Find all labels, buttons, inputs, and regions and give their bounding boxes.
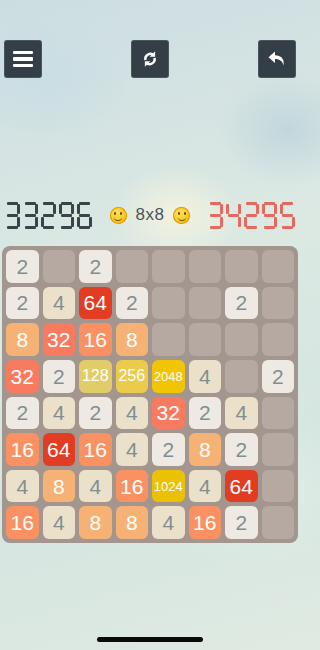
empty-cell-r2c8 <box>262 287 295 320</box>
tile-8-r8c4: 8 <box>116 506 149 539</box>
tile-16-r3c3: 16 <box>79 323 112 356</box>
tile-2-r5c1: 2 <box>6 397 39 430</box>
tile-32-r3c2: 32 <box>43 323 76 356</box>
tile-4-r7c3: 4 <box>79 470 112 503</box>
tile-8-r6c6: 8 <box>189 433 222 466</box>
tile-1024-r7c5: 1024 <box>152 470 185 503</box>
tile-16-r7c4: 16 <box>116 470 149 503</box>
empty-cell-r1c5 <box>152 250 185 283</box>
tile-8-r7c2: 8 <box>43 470 76 503</box>
empty-cell-r6c8 <box>262 433 295 466</box>
empty-cell-r3c8 <box>262 323 295 356</box>
tile-2-r4c8: 2 <box>262 360 295 393</box>
game-board[interactable]: 2224642283216832212825620484224243224166… <box>2 246 298 543</box>
home-indicator[interactable] <box>97 637 203 642</box>
empty-cell-r1c4 <box>116 250 149 283</box>
tile-64-r6c2: 64 <box>43 433 76 466</box>
smiley-icon-right <box>173 207 190 224</box>
board-size-label: 8x8 <box>136 205 165 225</box>
tile-4-r5c4: 4 <box>116 397 149 430</box>
tile-16-r8c6: 16 <box>189 506 222 539</box>
tile-2048-r4c5: 2048 <box>152 360 185 393</box>
tile-32-r5c5: 32 <box>152 397 185 430</box>
empty-cell-r8c8 <box>262 506 295 539</box>
empty-cell-r4c7 <box>225 360 258 393</box>
smiley-icon-left <box>110 207 127 224</box>
tile-16-r8c1: 16 <box>6 506 39 539</box>
undo-icon <box>265 47 289 71</box>
right-score <box>208 202 295 229</box>
tile-2-r1c1: 2 <box>6 250 39 283</box>
tile-2-r4c2: 2 <box>43 360 76 393</box>
tile-2-r2c4: 2 <box>116 287 149 320</box>
empty-cell-r7c8 <box>262 470 295 503</box>
empty-cell-r1c7 <box>225 250 258 283</box>
tile-4-r5c2: 4 <box>43 397 76 430</box>
empty-cell-r3c5 <box>152 323 185 356</box>
tile-2-r5c3: 2 <box>79 397 112 430</box>
empty-cell-r1c8 <box>262 250 295 283</box>
tile-4-r5c7: 4 <box>225 397 258 430</box>
tile-64-r2c3: 64 <box>79 287 112 320</box>
tile-4-r7c1: 4 <box>6 470 39 503</box>
tile-8-r8c3: 8 <box>79 506 112 539</box>
empty-cell-r3c6 <box>189 323 222 356</box>
tile-16-r6c1: 16 <box>6 433 39 466</box>
empty-cell-r3c7 <box>225 323 258 356</box>
tile-2-r2c7: 2 <box>225 287 258 320</box>
menu-button[interactable] <box>4 40 42 78</box>
undo-button[interactable] <box>258 40 296 78</box>
tile-4-r2c2: 4 <box>43 287 76 320</box>
tile-2-r8c7: 2 <box>225 506 258 539</box>
tile-2-r5c6: 2 <box>189 397 222 430</box>
tile-4-r4c6: 4 <box>189 360 222 393</box>
tile-2-r6c7: 2 <box>225 433 258 466</box>
tile-2-r2c1: 2 <box>6 287 39 320</box>
tile-32-r4c1: 32 <box>6 360 39 393</box>
restart-button[interactable] <box>131 40 169 78</box>
score-row: 8x8 <box>0 202 300 232</box>
tile-16-r6c3: 16 <box>79 433 112 466</box>
tile-128-r4c3: 128 <box>79 360 112 393</box>
tile-2-r6c5: 2 <box>152 433 185 466</box>
tile-4-r8c2: 4 <box>43 506 76 539</box>
tile-256-r4c4: 256 <box>116 360 149 393</box>
empty-cell-r2c5 <box>152 287 185 320</box>
board-grid: 2224642283216832212825620484224243224166… <box>6 250 294 539</box>
tile-8-r3c4: 8 <box>116 323 149 356</box>
empty-cell-r1c2 <box>43 250 76 283</box>
tile-4-r8c5: 4 <box>152 506 185 539</box>
empty-cell-r5c8 <box>262 397 295 430</box>
tile-8-r3c1: 8 <box>6 323 39 356</box>
hamburger-icon <box>13 51 33 67</box>
tile-4-r6c4: 4 <box>116 433 149 466</box>
refresh-icon <box>139 48 161 70</box>
empty-cell-r1c6 <box>189 250 222 283</box>
tile-2-r1c3: 2 <box>79 250 112 283</box>
tile-64-r7c7: 64 <box>225 470 258 503</box>
tile-4-r7c6: 4 <box>189 470 222 503</box>
empty-cell-r2c6 <box>189 287 222 320</box>
